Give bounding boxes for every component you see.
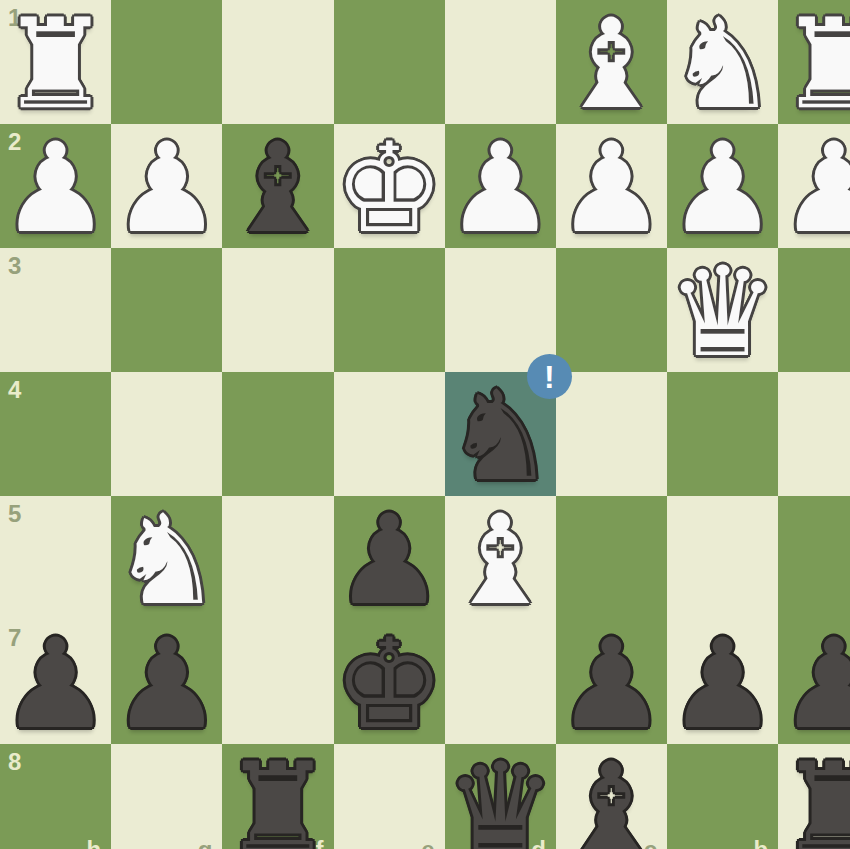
square-g8[interactable]: g	[111, 744, 222, 849]
square-c2[interactable]: ♟	[556, 124, 667, 248]
square-a5[interactable]	[778, 496, 850, 620]
square-d7[interactable]	[445, 620, 556, 744]
square-a4[interactable]	[778, 372, 850, 496]
white-rook[interactable]: ♜	[0, 2, 111, 126]
square-c1[interactable]: ♝	[556, 0, 667, 124]
square-f1[interactable]	[222, 0, 333, 124]
white-bishop[interactable]: ♝	[445, 498, 556, 622]
square-c3[interactable]	[556, 248, 667, 372]
black-rook[interactable]: ♜	[778, 746, 850, 849]
square-d1[interactable]	[445, 0, 556, 124]
square-f3[interactable]	[222, 248, 333, 372]
rank-label-3: 3	[8, 254, 21, 278]
square-d8[interactable]: d♛	[445, 744, 556, 849]
square-e4[interactable]	[334, 372, 445, 496]
rank-label-4: 4	[8, 378, 21, 402]
square-c8[interactable]: c♝	[556, 744, 667, 849]
square-a3[interactable]	[778, 248, 850, 372]
square-d2[interactable]: ♟	[445, 124, 556, 248]
black-pawn[interactable]: ♟	[667, 622, 778, 746]
square-b8[interactable]: b	[667, 744, 778, 849]
white-queen[interactable]: ♛	[667, 250, 778, 374]
chess-board: 1♜♝♞♜2♟♟♝♚♟♟♟♟3♛4♞!5♞♟♝67♟♟♚♟♟♟8hgf♜ed♛c…	[0, 0, 850, 849]
square-g1[interactable]	[111, 0, 222, 124]
black-pawn[interactable]: ♟	[556, 622, 667, 746]
square-h3[interactable]: 3	[0, 248, 111, 372]
white-pawn[interactable]: ♟	[667, 126, 778, 250]
white-rook[interactable]: ♜	[778, 2, 850, 126]
white-knight[interactable]: ♞	[667, 2, 778, 126]
black-king[interactable]: ♚	[334, 622, 445, 746]
square-b1[interactable]: ♞	[667, 0, 778, 124]
square-b5[interactable]	[667, 496, 778, 620]
square-f8[interactable]: f♜	[222, 744, 333, 849]
square-b4[interactable]	[667, 372, 778, 496]
square-e1[interactable]	[334, 0, 445, 124]
square-e5[interactable]: ♟	[334, 496, 445, 620]
square-d3[interactable]	[445, 248, 556, 372]
square-h5[interactable]: 5	[0, 496, 111, 620]
square-g2[interactable]: ♟	[111, 124, 222, 248]
square-h8[interactable]: 8h	[0, 744, 111, 849]
square-h1[interactable]: 1♜	[0, 0, 111, 124]
black-pawn[interactable]: ♟	[0, 622, 111, 746]
file-label-g: g	[198, 838, 213, 849]
square-g7[interactable]: ♟	[111, 620, 222, 744]
square-c5[interactable]	[556, 496, 667, 620]
file-label-e: e	[421, 838, 434, 849]
square-a2[interactable]: ♟	[778, 124, 850, 248]
black-rook[interactable]: ♜	[222, 746, 333, 849]
square-h2[interactable]: 2♟	[0, 124, 111, 248]
square-c4[interactable]	[556, 372, 667, 496]
black-pawn[interactable]: ♟	[334, 498, 445, 622]
square-f7[interactable]	[222, 620, 333, 744]
black-bishop[interactable]: ♝	[222, 126, 333, 250]
square-h7[interactable]: 7♟	[0, 620, 111, 744]
white-knight[interactable]: ♞	[111, 498, 222, 622]
great-move-badge: !	[527, 354, 572, 399]
black-pawn[interactable]: ♟	[111, 622, 222, 746]
black-bishop[interactable]: ♝	[556, 746, 667, 849]
square-b2[interactable]: ♟	[667, 124, 778, 248]
square-f4[interactable]	[222, 372, 333, 496]
rank-label-5: 5	[8, 502, 21, 526]
white-pawn[interactable]: ♟	[778, 126, 850, 250]
square-g5[interactable]: ♞	[111, 496, 222, 620]
black-pawn[interactable]: ♟	[778, 622, 850, 746]
file-label-h: h	[87, 838, 102, 849]
square-d4-highlighted[interactable]: ♞!	[445, 372, 556, 496]
white-pawn[interactable]: ♟	[556, 126, 667, 250]
square-b7[interactable]: ♟	[667, 620, 778, 744]
square-e8[interactable]: e	[334, 744, 445, 849]
square-c7[interactable]: ♟	[556, 620, 667, 744]
square-f5[interactable]	[222, 496, 333, 620]
square-g4[interactable]	[111, 372, 222, 496]
square-g3[interactable]	[111, 248, 222, 372]
square-e2[interactable]: ♚	[334, 124, 445, 248]
white-pawn[interactable]: ♟	[0, 126, 111, 250]
square-a1[interactable]: ♜	[778, 0, 850, 124]
rank-label-8: 8	[8, 750, 21, 774]
square-h4[interactable]: 4	[0, 372, 111, 496]
square-f2[interactable]: ♝	[222, 124, 333, 248]
square-a7[interactable]: ♟	[778, 620, 850, 744]
square-e7[interactable]: ♚	[334, 620, 445, 744]
square-e3[interactable]	[334, 248, 445, 372]
white-king[interactable]: ♚	[334, 126, 445, 250]
square-d5[interactable]: ♝	[445, 496, 556, 620]
white-pawn[interactable]: ♟	[445, 126, 556, 250]
file-label-b: b	[754, 838, 769, 849]
square-a8[interactable]: a♜	[778, 744, 850, 849]
black-queen[interactable]: ♛	[445, 746, 556, 849]
white-pawn[interactable]: ♟	[111, 126, 222, 250]
white-bishop[interactable]: ♝	[556, 2, 667, 126]
square-b3[interactable]: ♛	[667, 248, 778, 372]
